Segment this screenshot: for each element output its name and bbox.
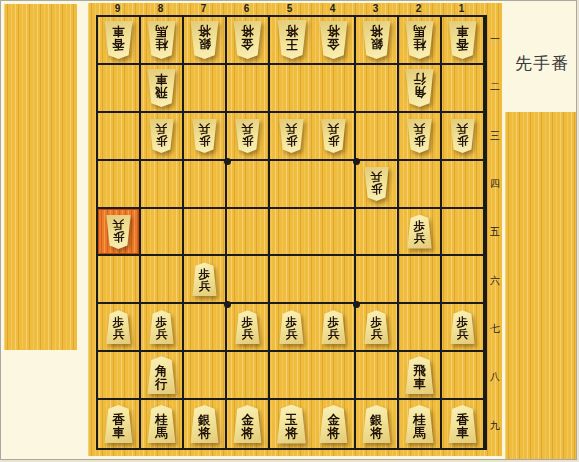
- file-label: 7: [182, 3, 225, 15]
- piece-king[interactable]: 玉将: [276, 405, 308, 444]
- piece-kanji: 将: [327, 426, 340, 439]
- piece-kanji: 桂: [155, 38, 168, 51]
- piece-kanji: 兵: [457, 122, 469, 134]
- board-cell[interactable]: [356, 113, 399, 161]
- board-cell[interactable]: 歩兵: [313, 304, 356, 352]
- piece-kanji: 飛: [413, 364, 426, 377]
- piece-kanji: 兵: [328, 122, 340, 134]
- board-cell[interactable]: 歩兵: [442, 304, 485, 352]
- piece-kanji: 将: [327, 25, 340, 38]
- board-cell[interactable]: [442, 209, 485, 257]
- piece-kanji: 角: [155, 364, 168, 377]
- piece-kanji: 馬: [413, 25, 426, 38]
- shogi-board: 987654321 香車桂馬銀将金将王将金将銀将桂馬香車飛車角行歩兵歩兵歩兵歩兵…: [88, 3, 502, 456]
- piece-kanji: 香: [112, 38, 125, 51]
- board-cell[interactable]: [270, 209, 313, 257]
- piece-kanji: 兵: [457, 329, 469, 341]
- piece-kanji: 将: [285, 426, 298, 439]
- piece-kanji: 金: [241, 38, 254, 51]
- piece-rook[interactable]: 飛車: [146, 69, 177, 107]
- piece-kanji: 銀: [370, 413, 383, 426]
- piece-pawn[interactable]: 歩兵: [406, 119, 433, 153]
- board-cell[interactable]: [141, 161, 184, 209]
- board-cell[interactable]: [184, 304, 227, 352]
- rank-label: 八: [488, 353, 502, 401]
- piece-kanji: 将: [370, 426, 383, 439]
- piece-kanji: 歩: [457, 134, 469, 146]
- board-cell[interactable]: 飛車: [399, 352, 442, 400]
- board-cell[interactable]: 歩兵: [184, 113, 227, 161]
- board-cell[interactable]: [184, 352, 227, 400]
- board-cell[interactable]: [399, 304, 442, 352]
- piece-kanji: 兵: [199, 122, 211, 134]
- file-label: 6: [225, 3, 268, 15]
- board-cell[interactable]: 角行: [399, 65, 442, 113]
- board-cell[interactable]: [227, 161, 270, 209]
- board-cell[interactable]: [442, 65, 485, 113]
- piece-pawn[interactable]: 歩兵: [191, 262, 218, 296]
- piece-kanji: 角: [413, 86, 426, 99]
- board-cell[interactable]: 歩兵: [98, 304, 141, 352]
- board-cell[interactable]: [98, 65, 141, 113]
- file-coordinate-labels: 987654321: [96, 3, 487, 15]
- piece-lance[interactable]: 香車: [447, 405, 478, 443]
- file-label: 8: [139, 3, 182, 15]
- piece-kanji: 兵: [156, 122, 168, 134]
- piece-pawn[interactable]: 歩兵: [148, 310, 175, 344]
- piece-kanji: 兵: [414, 122, 426, 134]
- board-cell[interactable]: 銀将: [356, 17, 399, 65]
- piece-pawn[interactable]: 歩兵: [278, 310, 305, 344]
- board-cell[interactable]: 歩兵: [399, 113, 442, 161]
- piece-silver[interactable]: 銀将: [361, 405, 392, 443]
- board-cell[interactable]: 歩兵: [270, 113, 313, 161]
- board-grid: 香車桂馬銀将金将王将金将銀将桂馬香車飛車角行歩兵歩兵歩兵歩兵歩兵歩兵歩兵歩兵歩兵…: [96, 15, 487, 450]
- rank-label: 一: [488, 15, 502, 63]
- piece-kanji: 歩: [156, 134, 168, 146]
- board-cell[interactable]: [227, 209, 270, 257]
- board-cell[interactable]: [442, 256, 485, 304]
- piece-lance[interactable]: 香車: [103, 21, 134, 59]
- piece-gold[interactable]: 金将: [318, 405, 349, 443]
- board-cell[interactable]: 歩兵: [442, 113, 485, 161]
- piece-kanji: 車: [112, 426, 125, 439]
- piece-pawn[interactable]: 歩兵: [105, 215, 132, 249]
- piece-kanji: 車: [112, 25, 125, 38]
- piece-kanji: 歩: [199, 134, 211, 146]
- piece-kanji: 銀: [198, 413, 211, 426]
- piece-kanji: 王: [285, 38, 298, 51]
- piece-pawn[interactable]: 歩兵: [191, 119, 218, 153]
- rank-label: 三: [488, 112, 502, 160]
- turn-indicator: 先手番: [504, 52, 577, 75]
- piece-pawn[interactable]: 歩兵: [234, 310, 261, 344]
- file-label: 2: [397, 3, 440, 15]
- piece-pawn[interactable]: 歩兵: [320, 310, 347, 344]
- piece-silver[interactable]: 銀将: [189, 21, 220, 59]
- piece-kanji: 行: [155, 377, 168, 390]
- piece-gold[interactable]: 金将: [318, 21, 349, 59]
- board-cell[interactable]: 銀将: [184, 17, 227, 65]
- board-cell[interactable]: [270, 65, 313, 113]
- board-cell[interactable]: 香車: [442, 400, 485, 448]
- piece-king[interactable]: 王将: [276, 20, 308, 59]
- board-cell[interactable]: [313, 352, 356, 400]
- piece-kanji: 玉: [285, 413, 298, 426]
- piece-kanji: 馬: [155, 426, 168, 439]
- piece-kanji: 香: [456, 413, 469, 426]
- piece-kanji: 兵: [113, 329, 125, 341]
- piece-pawn[interactable]: 歩兵: [320, 119, 347, 153]
- piece-kanji: 兵: [199, 281, 211, 293]
- board-cell[interactable]: 歩兵: [227, 304, 270, 352]
- board-cell[interactable]: [356, 65, 399, 113]
- board-cell[interactable]: [313, 256, 356, 304]
- piece-bishop[interactable]: 角行: [404, 69, 435, 107]
- piece-kanji: 馬: [413, 426, 426, 439]
- piece-kanji: 将: [198, 25, 211, 38]
- board-cell[interactable]: [227, 65, 270, 113]
- board-cell[interactable]: [184, 161, 227, 209]
- piece-kanji: 将: [198, 426, 211, 439]
- board-cell[interactable]: 金将: [313, 400, 356, 448]
- piece-kanji: 歩: [242, 134, 254, 146]
- piece-kanji: 兵: [414, 233, 426, 245]
- piece-pawn[interactable]: 歩兵: [148, 119, 175, 153]
- board-cell[interactable]: [184, 65, 227, 113]
- rank-label: 五: [488, 208, 502, 256]
- board-cell[interactable]: 飛車: [141, 65, 184, 113]
- board-cell[interactable]: 歩兵: [141, 113, 184, 161]
- piece-silver[interactable]: 銀将: [189, 405, 220, 443]
- piece-kanji: 兵: [242, 329, 254, 341]
- piece-knight[interactable]: 桂馬: [404, 21, 435, 59]
- board-cell[interactable]: [98, 161, 141, 209]
- piece-gold[interactable]: 金将: [232, 405, 263, 443]
- file-label: 5: [268, 3, 311, 15]
- piece-lance[interactable]: 香車: [103, 405, 134, 443]
- board-cell[interactable]: 桂馬: [399, 17, 442, 65]
- piece-kanji: 将: [285, 25, 298, 38]
- rank-label: 七: [488, 305, 502, 353]
- board-cell[interactable]: 金将: [313, 17, 356, 65]
- piece-kanji: 兵: [371, 329, 383, 341]
- board-cell[interactable]: 王将: [270, 17, 313, 65]
- board-cell[interactable]: [270, 161, 313, 209]
- piece-kanji: 行: [413, 73, 426, 86]
- board-cell[interactable]: 桂馬: [141, 400, 184, 448]
- piece-pawn[interactable]: 歩兵: [234, 119, 261, 153]
- piece-kanji: 将: [241, 426, 254, 439]
- file-label: 3: [354, 3, 397, 15]
- piece-pawn[interactable]: 歩兵: [363, 310, 390, 344]
- board-cell[interactable]: 香車: [442, 17, 485, 65]
- board-cell[interactable]: 玉将: [270, 400, 313, 448]
- piece-kanji: 桂: [155, 413, 168, 426]
- board-cell[interactable]: [98, 113, 141, 161]
- rank-coordinate-labels: 一二三四五六七八九: [488, 15, 502, 450]
- piece-kanji: 金: [327, 38, 340, 51]
- piece-kanji: 馬: [155, 25, 168, 38]
- piece-kanji: 兵: [286, 122, 298, 134]
- piece-pawn[interactable]: 歩兵: [449, 310, 476, 344]
- board-cell[interactable]: [98, 352, 141, 400]
- board-cell[interactable]: 香車: [98, 400, 141, 448]
- piece-bishop[interactable]: 角行: [146, 356, 177, 394]
- board-cell[interactable]: [399, 256, 442, 304]
- board-cell[interactable]: [141, 256, 184, 304]
- board-cell[interactable]: 香車: [98, 17, 141, 65]
- piece-pawn[interactable]: 歩兵: [449, 119, 476, 153]
- piece-kanji: 車: [456, 25, 469, 38]
- board-cell[interactable]: [313, 65, 356, 113]
- board-cell[interactable]: 歩兵: [356, 304, 399, 352]
- piece-kanji: 歩: [414, 134, 426, 146]
- board-cell[interactable]: 桂馬: [141, 17, 184, 65]
- piece-kanji: 桂: [413, 413, 426, 426]
- shogi-app-window: 987654321 香車桂馬銀将金将王将金将銀将桂馬香車飛車角行歩兵歩兵歩兵歩兵…: [0, 0, 577, 460]
- board-cell[interactable]: [227, 256, 270, 304]
- board-cell[interactable]: 歩兵: [270, 304, 313, 352]
- board-cell[interactable]: 歩兵: [227, 113, 270, 161]
- piece-silver[interactable]: 銀将: [361, 21, 392, 59]
- piece-kanji: 兵: [113, 218, 125, 230]
- piece-kanji: 歩: [286, 134, 298, 146]
- board-cell[interactable]: [141, 209, 184, 257]
- piece-kanji: 桂: [413, 38, 426, 51]
- board-cell[interactable]: 歩兵: [98, 209, 141, 257]
- board-cell[interactable]: 歩兵: [313, 113, 356, 161]
- board-cell[interactable]: [227, 352, 270, 400]
- piece-kanji: 金: [327, 413, 340, 426]
- board-cell[interactable]: 金将: [227, 17, 270, 65]
- board-cell[interactable]: 金将: [227, 400, 270, 448]
- rank-label: 六: [488, 256, 502, 304]
- piece-kanji: 兵: [371, 170, 383, 182]
- board-cell[interactable]: 銀将: [184, 400, 227, 448]
- board-cell[interactable]: 歩兵: [356, 161, 399, 209]
- piece-knight[interactable]: 桂馬: [146, 405, 177, 443]
- board-cell[interactable]: 歩兵: [399, 209, 442, 257]
- board-cell[interactable]: [442, 161, 485, 209]
- gote-captured-piece-stand: [4, 4, 77, 350]
- piece-pawn[interactable]: 歩兵: [278, 119, 305, 153]
- piece-kanji: 車: [456, 426, 469, 439]
- board-cell[interactable]: [313, 209, 356, 257]
- board-cell[interactable]: [356, 256, 399, 304]
- piece-kanji: 将: [370, 25, 383, 38]
- board-cell[interactable]: [270, 352, 313, 400]
- board-cell[interactable]: [442, 352, 485, 400]
- piece-kanji: 将: [241, 25, 254, 38]
- piece-kanji: 飛: [155, 86, 168, 99]
- board-cell[interactable]: [270, 256, 313, 304]
- file-label: 9: [96, 3, 139, 15]
- board-cell[interactable]: [98, 256, 141, 304]
- board-cell[interactable]: [313, 161, 356, 209]
- board-cell[interactable]: [356, 209, 399, 257]
- piece-kanji: 兵: [286, 329, 298, 341]
- board-cell[interactable]: 角行: [141, 352, 184, 400]
- board-cell[interactable]: [399, 161, 442, 209]
- piece-kanji: 車: [413, 377, 426, 390]
- piece-kanji: 歩: [328, 134, 340, 146]
- board-cell[interactable]: [356, 352, 399, 400]
- piece-lance[interactable]: 香車: [447, 21, 478, 59]
- board-cell[interactable]: 銀将: [356, 400, 399, 448]
- piece-kanji: 兵: [242, 122, 254, 134]
- rank-label: 九: [488, 401, 502, 449]
- piece-knight[interactable]: 桂馬: [404, 405, 435, 443]
- board-cell[interactable]: [184, 209, 227, 257]
- rank-label: 四: [488, 160, 502, 208]
- piece-kanji: 兵: [156, 329, 168, 341]
- file-label: 1: [440, 3, 483, 15]
- piece-kanji: 車: [155, 73, 168, 86]
- piece-kanji: 銀: [370, 38, 383, 51]
- piece-pawn[interactable]: 歩兵: [406, 215, 433, 249]
- piece-kanji: 銀: [198, 38, 211, 51]
- piece-kanji: 兵: [328, 329, 340, 341]
- piece-pawn[interactable]: 歩兵: [105, 310, 132, 344]
- piece-kanji: 金: [241, 413, 254, 426]
- rank-label: 二: [488, 63, 502, 111]
- piece-pawn[interactable]: 歩兵: [363, 167, 390, 201]
- board-cell[interactable]: 歩兵: [184, 256, 227, 304]
- piece-rook[interactable]: 飛車: [404, 356, 435, 394]
- piece-kanji: 香: [112, 413, 125, 426]
- board-cell[interactable]: 歩兵: [141, 304, 184, 352]
- sente-captured-piece-stand: [505, 112, 577, 459]
- piece-kanji: 香: [456, 38, 469, 51]
- board-cell[interactable]: 桂馬: [399, 400, 442, 448]
- piece-knight[interactable]: 桂馬: [146, 21, 177, 59]
- file-label: 4: [311, 3, 354, 15]
- piece-gold[interactable]: 金将: [232, 21, 263, 59]
